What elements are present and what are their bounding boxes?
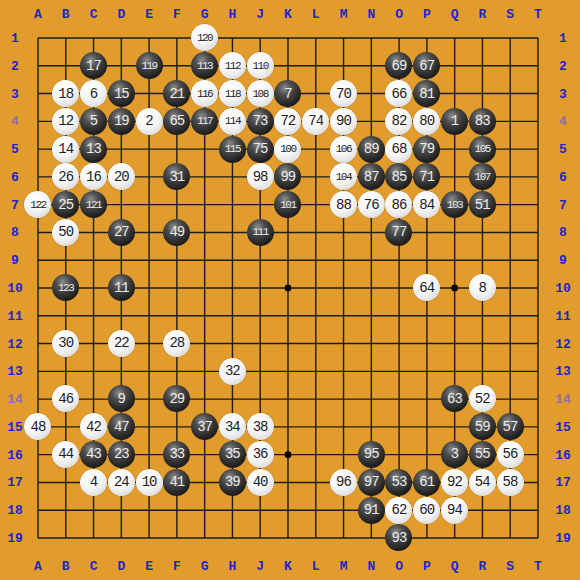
- intersection-K4[interactable]: 72: [274, 107, 302, 135]
- intersection-R17[interactable]: 54: [468, 468, 496, 496]
- intersection-G6[interactable]: [191, 163, 219, 191]
- intersection-D7[interactable]: [107, 191, 135, 219]
- intersection-K10[interactable]: [274, 274, 302, 302]
- intersection-T7[interactable]: [524, 191, 552, 219]
- intersection-F2[interactable]: [163, 52, 191, 80]
- stone-black-move-31[interactable]: 31: [163, 163, 190, 190]
- intersection-K3[interactable]: 7: [274, 80, 302, 108]
- intersection-R15[interactable]: 59: [468, 413, 496, 441]
- stone-white-move-6[interactable]: 6: [80, 80, 107, 107]
- stone-black-move-83[interactable]: 83: [469, 108, 496, 135]
- intersection-D1[interactable]: [107, 24, 135, 52]
- intersection-R3[interactable]: [468, 80, 496, 108]
- intersection-E10[interactable]: [135, 274, 163, 302]
- intersection-F1[interactable]: [163, 24, 191, 52]
- intersection-S3[interactable]: [496, 80, 524, 108]
- intersection-O11[interactable]: [385, 302, 413, 330]
- intersection-A19[interactable]: [24, 524, 52, 552]
- stone-white-move-28[interactable]: 28: [163, 330, 190, 357]
- stone-black-move-51[interactable]: 51: [469, 191, 496, 218]
- stone-black-move-103[interactable]: 103: [441, 191, 468, 218]
- intersection-H9[interactable]: [218, 246, 246, 274]
- stone-white-move-110[interactable]: 110: [247, 52, 274, 79]
- intersection-M4[interactable]: 90: [330, 107, 358, 135]
- intersection-O15[interactable]: [385, 413, 413, 441]
- intersection-T19[interactable]: [524, 524, 552, 552]
- intersection-S2[interactable]: [496, 52, 524, 80]
- intersection-C6[interactable]: 16: [80, 163, 108, 191]
- intersection-B7[interactable]: 25: [52, 191, 80, 219]
- stone-white-move-88[interactable]: 88: [330, 191, 357, 218]
- stone-black-move-59[interactable]: 59: [469, 413, 496, 440]
- intersection-N9[interactable]: [357, 246, 385, 274]
- stone-black-move-71[interactable]: 71: [413, 163, 440, 190]
- stone-black-move-19[interactable]: 19: [108, 108, 135, 135]
- intersection-M5[interactable]: 106: [330, 135, 358, 163]
- intersection-D18[interactable]: [107, 496, 135, 524]
- intersection-G8[interactable]: [191, 218, 219, 246]
- intersection-P1[interactable]: [413, 24, 441, 52]
- stone-black-move-47[interactable]: 47: [108, 413, 135, 440]
- intersection-S9[interactable]: [496, 246, 524, 274]
- intersection-L12[interactable]: [302, 330, 330, 358]
- intersection-A2[interactable]: [24, 52, 52, 80]
- intersection-A7[interactable]: 122: [24, 191, 52, 219]
- stone-black-move-55[interactable]: 55: [469, 441, 496, 468]
- intersection-C19[interactable]: [80, 524, 108, 552]
- intersection-G2[interactable]: 113: [191, 52, 219, 80]
- stone-black-move-17[interactable]: 17: [80, 52, 107, 79]
- stone-black-move-107[interactable]: 107: [469, 163, 496, 190]
- stone-white-move-62[interactable]: 62: [385, 497, 412, 524]
- intersection-Q10[interactable]: [441, 274, 469, 302]
- intersection-N2[interactable]: [357, 52, 385, 80]
- intersection-M8[interactable]: [330, 218, 358, 246]
- intersection-G14[interactable]: [191, 385, 219, 413]
- stone-black-move-113[interactable]: 113: [191, 52, 218, 79]
- intersection-Q17[interactable]: 92: [441, 468, 469, 496]
- intersection-G4[interactable]: 117: [191, 107, 219, 135]
- intersection-Q7[interactable]: 103: [441, 191, 469, 219]
- intersection-M6[interactable]: 104: [330, 163, 358, 191]
- intersection-T6[interactable]: [524, 163, 552, 191]
- intersection-L13[interactable]: [302, 357, 330, 385]
- intersection-H7[interactable]: [218, 191, 246, 219]
- stone-white-move-50[interactable]: 50: [52, 219, 79, 246]
- intersection-J12[interactable]: [246, 330, 274, 358]
- stone-white-move-54[interactable]: 54: [469, 469, 496, 496]
- stone-white-move-2[interactable]: 2: [136, 108, 163, 135]
- intersection-A3[interactable]: [24, 80, 52, 108]
- intersection-S17[interactable]: 58: [496, 468, 524, 496]
- intersection-C8[interactable]: [80, 218, 108, 246]
- stone-black-move-25[interactable]: 25: [52, 191, 79, 218]
- intersection-C17[interactable]: 4: [80, 468, 108, 496]
- intersection-A9[interactable]: [24, 246, 52, 274]
- intersection-P15[interactable]: [413, 413, 441, 441]
- intersection-N15[interactable]: [357, 413, 385, 441]
- intersection-A17[interactable]: [24, 468, 52, 496]
- stone-black-move-49[interactable]: 49: [163, 219, 190, 246]
- intersection-L4[interactable]: 74: [302, 107, 330, 135]
- stone-white-move-38[interactable]: 38: [247, 413, 274, 440]
- intersection-R4[interactable]: 83: [468, 107, 496, 135]
- stone-white-move-46[interactable]: 46: [52, 385, 79, 412]
- intersection-L1[interactable]: [302, 24, 330, 52]
- intersection-L17[interactable]: [302, 468, 330, 496]
- intersection-D2[interactable]: [107, 52, 135, 80]
- intersection-D4[interactable]: 19: [107, 107, 135, 135]
- intersection-A13[interactable]: [24, 357, 52, 385]
- intersection-G9[interactable]: [191, 246, 219, 274]
- intersection-J17[interactable]: 40: [246, 468, 274, 496]
- intersection-C18[interactable]: [80, 496, 108, 524]
- stone-black-move-53[interactable]: 53: [385, 469, 412, 496]
- intersection-O19[interactable]: 93: [385, 524, 413, 552]
- intersection-B13[interactable]: [52, 357, 80, 385]
- intersection-K11[interactable]: [274, 302, 302, 330]
- intersection-O6[interactable]: 85: [385, 163, 413, 191]
- intersection-K2[interactable]: [274, 52, 302, 80]
- stone-white-move-86[interactable]: 86: [385, 191, 412, 218]
- intersection-E5[interactable]: [135, 135, 163, 163]
- intersection-K17[interactable]: [274, 468, 302, 496]
- stone-white-move-92[interactable]: 92: [441, 469, 468, 496]
- intersection-H8[interactable]: [218, 218, 246, 246]
- intersection-R7[interactable]: 51: [468, 191, 496, 219]
- intersection-O7[interactable]: 86: [385, 191, 413, 219]
- stone-white-move-48[interactable]: 48: [24, 413, 51, 440]
- stone-white-move-64[interactable]: 64: [413, 274, 440, 301]
- intersection-P18[interactable]: 60: [413, 496, 441, 524]
- intersection-K19[interactable]: [274, 524, 302, 552]
- stone-white-move-120[interactable]: 120: [191, 24, 218, 51]
- stone-white-move-72[interactable]: 72: [274, 108, 301, 135]
- stone-white-move-24[interactable]: 24: [108, 469, 135, 496]
- intersection-O5[interactable]: 68: [385, 135, 413, 163]
- intersection-L2[interactable]: [302, 52, 330, 80]
- intersection-M1[interactable]: [330, 24, 358, 52]
- stone-white-move-116[interactable]: 116: [191, 80, 218, 107]
- intersection-B16[interactable]: 44: [52, 441, 80, 469]
- intersection-J13[interactable]: [246, 357, 274, 385]
- intersection-P14[interactable]: [413, 385, 441, 413]
- intersection-R5[interactable]: 105: [468, 135, 496, 163]
- intersection-O13[interactable]: [385, 357, 413, 385]
- intersection-R11[interactable]: [468, 302, 496, 330]
- intersection-M13[interactable]: [330, 357, 358, 385]
- intersection-G13[interactable]: [191, 357, 219, 385]
- stone-white-move-104[interactable]: 104: [330, 163, 357, 190]
- intersection-Q16[interactable]: 3: [441, 441, 469, 469]
- intersection-B6[interactable]: 26: [52, 163, 80, 191]
- intersection-J19[interactable]: [246, 524, 274, 552]
- intersection-M9[interactable]: [330, 246, 358, 274]
- intersection-L16[interactable]: [302, 441, 330, 469]
- intersection-G12[interactable]: [191, 330, 219, 358]
- intersection-J3[interactable]: 108: [246, 80, 274, 108]
- stone-white-move-76[interactable]: 76: [358, 191, 385, 218]
- intersection-G16[interactable]: [191, 441, 219, 469]
- intersection-P8[interactable]: [413, 218, 441, 246]
- stone-black-move-97[interactable]: 97: [358, 469, 385, 496]
- stone-black-move-3[interactable]: 3: [441, 441, 468, 468]
- stone-black-move-85[interactable]: 85: [385, 163, 412, 190]
- stone-black-move-73[interactable]: 73: [247, 108, 274, 135]
- intersection-S13[interactable]: [496, 357, 524, 385]
- intersection-K13[interactable]: [274, 357, 302, 385]
- intersection-E12[interactable]: [135, 330, 163, 358]
- intersection-J7[interactable]: [246, 191, 274, 219]
- intersection-S10[interactable]: [496, 274, 524, 302]
- intersection-G11[interactable]: [191, 302, 219, 330]
- intersection-D6[interactable]: 20: [107, 163, 135, 191]
- stone-white-move-122[interactable]: 122: [24, 191, 51, 218]
- stone-white-move-20[interactable]: 20: [108, 163, 135, 190]
- stone-white-move-14[interactable]: 14: [52, 136, 79, 163]
- stone-white-move-52[interactable]: 52: [469, 385, 496, 412]
- intersection-J1[interactable]: [246, 24, 274, 52]
- intersection-H12[interactable]: [218, 330, 246, 358]
- stone-white-move-84[interactable]: 84: [413, 191, 440, 218]
- intersection-L3[interactable]: [302, 80, 330, 108]
- stone-black-move-105[interactable]: 105: [469, 136, 496, 163]
- intersection-L6[interactable]: [302, 163, 330, 191]
- intersection-F12[interactable]: 28: [163, 330, 191, 358]
- intersection-T12[interactable]: [524, 330, 552, 358]
- intersection-C1[interactable]: [80, 24, 108, 52]
- intersection-K15[interactable]: [274, 413, 302, 441]
- intersection-N3[interactable]: [357, 80, 385, 108]
- intersection-E17[interactable]: 10: [135, 468, 163, 496]
- intersection-R6[interactable]: 107: [468, 163, 496, 191]
- stone-white-move-42[interactable]: 42: [80, 413, 107, 440]
- intersection-R18[interactable]: [468, 496, 496, 524]
- go-board[interactable]: 1201711911311211069671861521116118108770…: [24, 24, 552, 552]
- intersection-T2[interactable]: [524, 52, 552, 80]
- intersection-T15[interactable]: [524, 413, 552, 441]
- intersection-P2[interactable]: 67: [413, 52, 441, 80]
- intersection-N8[interactable]: [357, 218, 385, 246]
- intersection-L15[interactable]: [302, 413, 330, 441]
- intersection-J2[interactable]: 110: [246, 52, 274, 80]
- intersection-N10[interactable]: [357, 274, 385, 302]
- intersection-N14[interactable]: [357, 385, 385, 413]
- intersection-O17[interactable]: 53: [385, 468, 413, 496]
- intersection-D10[interactable]: 11: [107, 274, 135, 302]
- stone-white-move-112[interactable]: 112: [219, 52, 246, 79]
- intersection-D17[interactable]: 24: [107, 468, 135, 496]
- intersection-T16[interactable]: [524, 441, 552, 469]
- intersection-S1[interactable]: [496, 24, 524, 52]
- intersection-N19[interactable]: [357, 524, 385, 552]
- intersection-H4[interactable]: 114: [218, 107, 246, 135]
- intersection-Q18[interactable]: 94: [441, 496, 469, 524]
- intersection-F7[interactable]: [163, 191, 191, 219]
- intersection-E16[interactable]: [135, 441, 163, 469]
- intersection-F10[interactable]: [163, 274, 191, 302]
- intersection-O14[interactable]: [385, 385, 413, 413]
- stone-white-move-70[interactable]: 70: [330, 80, 357, 107]
- stone-black-move-91[interactable]: 91: [358, 497, 385, 524]
- stone-black-move-7[interactable]: 7: [274, 80, 301, 107]
- intersection-C3[interactable]: 6: [80, 80, 108, 108]
- intersection-E11[interactable]: [135, 302, 163, 330]
- intersection-C11[interactable]: [80, 302, 108, 330]
- intersection-T4[interactable]: [524, 107, 552, 135]
- stone-white-move-18[interactable]: 18: [52, 80, 79, 107]
- intersection-P11[interactable]: [413, 302, 441, 330]
- intersection-B18[interactable]: [52, 496, 80, 524]
- intersection-O9[interactable]: [385, 246, 413, 274]
- stone-black-move-79[interactable]: 79: [413, 136, 440, 163]
- intersection-O8[interactable]: 77: [385, 218, 413, 246]
- intersection-H16[interactable]: 35: [218, 441, 246, 469]
- intersection-S16[interactable]: 56: [496, 441, 524, 469]
- stone-black-move-37[interactable]: 37: [191, 413, 218, 440]
- stone-white-move-58[interactable]: 58: [497, 469, 524, 496]
- stone-white-move-118[interactable]: 118: [219, 80, 246, 107]
- intersection-Q19[interactable]: [441, 524, 469, 552]
- stone-black-move-117[interactable]: 117: [191, 108, 218, 135]
- intersection-N13[interactable]: [357, 357, 385, 385]
- intersection-P16[interactable]: [413, 441, 441, 469]
- intersection-E2[interactable]: 119: [135, 52, 163, 80]
- intersection-N11[interactable]: [357, 302, 385, 330]
- stone-black-move-81[interactable]: 81: [413, 80, 440, 107]
- stone-black-move-15[interactable]: 15: [108, 80, 135, 107]
- intersection-H17[interactable]: 39: [218, 468, 246, 496]
- intersection-M7[interactable]: 88: [330, 191, 358, 219]
- intersection-E15[interactable]: [135, 413, 163, 441]
- intersection-M11[interactable]: [330, 302, 358, 330]
- stone-white-move-30[interactable]: 30: [52, 330, 79, 357]
- intersection-H13[interactable]: 32: [218, 357, 246, 385]
- intersection-F18[interactable]: [163, 496, 191, 524]
- intersection-L7[interactable]: [302, 191, 330, 219]
- intersection-J15[interactable]: 38: [246, 413, 274, 441]
- intersection-S11[interactable]: [496, 302, 524, 330]
- intersection-K12[interactable]: [274, 330, 302, 358]
- stone-white-move-74[interactable]: 74: [302, 108, 329, 135]
- intersection-O18[interactable]: 62: [385, 496, 413, 524]
- intersection-G3[interactable]: 116: [191, 80, 219, 108]
- intersection-C14[interactable]: [80, 385, 108, 413]
- intersection-L14[interactable]: [302, 385, 330, 413]
- intersection-M16[interactable]: [330, 441, 358, 469]
- stone-black-move-9[interactable]: 9: [108, 385, 135, 412]
- intersection-N6[interactable]: 87: [357, 163, 385, 191]
- stone-white-move-100[interactable]: 100: [274, 136, 301, 163]
- intersection-M2[interactable]: [330, 52, 358, 80]
- intersection-P10[interactable]: 64: [413, 274, 441, 302]
- intersection-H11[interactable]: [218, 302, 246, 330]
- stone-white-move-16[interactable]: 16: [80, 163, 107, 190]
- intersection-K6[interactable]: 99: [274, 163, 302, 191]
- intersection-D13[interactable]: [107, 357, 135, 385]
- intersection-B8[interactable]: 50: [52, 218, 80, 246]
- stone-white-move-114[interactable]: 114: [219, 108, 246, 135]
- intersection-H18[interactable]: [218, 496, 246, 524]
- intersection-J16[interactable]: 36: [246, 441, 274, 469]
- intersection-H14[interactable]: [218, 385, 246, 413]
- stone-black-move-75[interactable]: 75: [247, 136, 274, 163]
- intersection-A10[interactable]: [24, 274, 52, 302]
- stone-white-move-8[interactable]: 8: [469, 274, 496, 301]
- stone-black-move-67[interactable]: 67: [413, 52, 440, 79]
- stone-black-move-29[interactable]: 29: [163, 385, 190, 412]
- intersection-C16[interactable]: 43: [80, 441, 108, 469]
- intersection-E1[interactable]: [135, 24, 163, 52]
- intersection-A1[interactable]: [24, 24, 52, 52]
- intersection-R12[interactable]: [468, 330, 496, 358]
- intersection-P12[interactable]: [413, 330, 441, 358]
- stone-white-move-56[interactable]: 56: [497, 441, 524, 468]
- intersection-G18[interactable]: [191, 496, 219, 524]
- intersection-M3[interactable]: 70: [330, 80, 358, 108]
- intersection-H19[interactable]: [218, 524, 246, 552]
- intersection-S12[interactable]: [496, 330, 524, 358]
- intersection-E9[interactable]: [135, 246, 163, 274]
- intersection-H6[interactable]: [218, 163, 246, 191]
- intersection-S14[interactable]: [496, 385, 524, 413]
- intersection-S6[interactable]: [496, 163, 524, 191]
- intersection-J10[interactable]: [246, 274, 274, 302]
- stone-black-move-41[interactable]: 41: [163, 469, 190, 496]
- stone-black-move-23[interactable]: 23: [108, 441, 135, 468]
- intersection-A12[interactable]: [24, 330, 52, 358]
- intersection-P3[interactable]: 81: [413, 80, 441, 108]
- stone-white-move-40[interactable]: 40: [247, 469, 274, 496]
- stone-black-move-35[interactable]: 35: [219, 441, 246, 468]
- intersection-J5[interactable]: 75: [246, 135, 274, 163]
- intersection-Q12[interactable]: [441, 330, 469, 358]
- intersection-K8[interactable]: [274, 218, 302, 246]
- intersection-K5[interactable]: 100: [274, 135, 302, 163]
- intersection-T14[interactable]: [524, 385, 552, 413]
- intersection-D14[interactable]: 9: [107, 385, 135, 413]
- intersection-E13[interactable]: [135, 357, 163, 385]
- intersection-A14[interactable]: [24, 385, 52, 413]
- intersection-E3[interactable]: [135, 80, 163, 108]
- stone-white-move-98[interactable]: 98: [247, 163, 274, 190]
- intersection-Q2[interactable]: [441, 52, 469, 80]
- intersection-H10[interactable]: [218, 274, 246, 302]
- intersection-M14[interactable]: [330, 385, 358, 413]
- intersection-C15[interactable]: 42: [80, 413, 108, 441]
- stone-white-move-26[interactable]: 26: [52, 163, 79, 190]
- intersection-Q1[interactable]: [441, 24, 469, 52]
- intersection-O16[interactable]: [385, 441, 413, 469]
- stone-white-move-82[interactable]: 82: [385, 108, 412, 135]
- intersection-P5[interactable]: 79: [413, 135, 441, 163]
- stone-black-move-123[interactable]: 123: [52, 274, 79, 301]
- intersection-N18[interactable]: 91: [357, 496, 385, 524]
- intersection-B17[interactable]: [52, 468, 80, 496]
- stone-white-move-10[interactable]: 10: [136, 469, 163, 496]
- intersection-D9[interactable]: [107, 246, 135, 274]
- intersection-B10[interactable]: 123: [52, 274, 80, 302]
- intersection-T10[interactable]: [524, 274, 552, 302]
- stone-white-move-44[interactable]: 44: [52, 441, 79, 468]
- stone-white-move-22[interactable]: 22: [108, 330, 135, 357]
- intersection-H1[interactable]: [218, 24, 246, 52]
- intersection-F15[interactable]: [163, 413, 191, 441]
- intersection-A5[interactable]: [24, 135, 52, 163]
- intersection-F13[interactable]: [163, 357, 191, 385]
- intersection-R10[interactable]: 8: [468, 274, 496, 302]
- intersection-D11[interactable]: [107, 302, 135, 330]
